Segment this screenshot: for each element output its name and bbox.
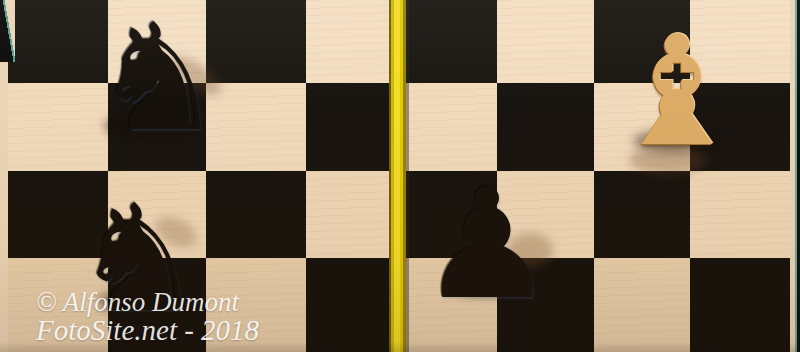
square-r3c6-light	[594, 258, 690, 352]
background-corner-top-left	[0, 0, 15, 62]
square-r0c5-light	[497, 0, 594, 83]
board-right-edge	[790, 0, 800, 352]
square-r2c7-light	[690, 171, 790, 258]
square-r2c6-dark	[594, 171, 690, 258]
square-r3c7-dark	[690, 258, 790, 352]
square-r2c2-dark	[206, 171, 306, 258]
square-r0c4-dark	[403, 0, 497, 83]
watermark: © Alfonso Dumont FotoSite.net - 2018	[36, 289, 259, 344]
watermark-line2: FotoSite.net - 2018	[36, 316, 259, 344]
white-bishop: ♝	[609, 16, 745, 168]
board-seam-line	[406, 0, 409, 352]
chess-photo: ♞♞♟♝ © Alfonso Dumont FotoSite.net - 201…	[0, 0, 800, 352]
black-pawn: ♟	[419, 169, 555, 321]
black-knight-top-left: ♞	[92, 4, 225, 152]
yellow-divider-strip	[389, 0, 406, 352]
watermark-line1: © Alfonso Dumont	[36, 289, 259, 316]
